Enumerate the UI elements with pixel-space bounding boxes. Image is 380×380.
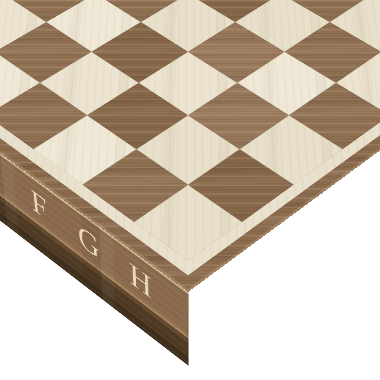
rank-label-4: 4 [370, 140, 380, 190]
rank-label-2: 2 [272, 212, 303, 264]
rank-label-3: 3 [322, 175, 353, 226]
file-label-f: F [19, 172, 59, 236]
file-label-e: E [0, 137, 11, 200]
file-label-g: G [68, 209, 109, 274]
rank-label-1: 1 [220, 250, 252, 303]
file-label-h: H [120, 247, 161, 314]
chessboard-product-photo: ABCDEFGH 12345678 [0, 0, 380, 380]
chess-board[interactable]: ABCDEFGH 12345678 [0, 0, 380, 292]
